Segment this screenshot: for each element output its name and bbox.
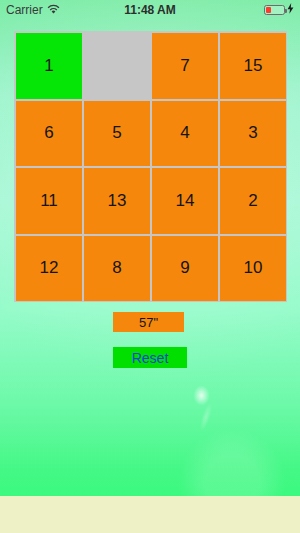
tile-6[interactable]: 6	[16, 101, 82, 167]
empty-cell	[84, 33, 150, 99]
battery-nub	[285, 9, 287, 13]
tile-8[interactable]: 8	[84, 236, 150, 302]
tile-4[interactable]: 4	[152, 101, 218, 167]
tile-14[interactable]: 14	[152, 168, 218, 234]
tile-12[interactable]: 12	[16, 236, 82, 302]
reset-button[interactable]: Reset	[113, 347, 187, 368]
status-time: 11:48 AM	[124, 0, 176, 20]
bottom-band	[0, 496, 300, 533]
timer-display: 57"	[113, 312, 184, 332]
tile-3[interactable]: 3	[220, 101, 286, 167]
tile-15[interactable]: 15	[220, 33, 286, 99]
tile-1[interactable]: 1	[16, 33, 82, 99]
tile-5[interactable]: 5	[84, 101, 150, 167]
tile-9[interactable]: 9	[152, 236, 218, 302]
tile-11[interactable]: 11	[16, 168, 82, 234]
tile-2[interactable]: 2	[220, 168, 286, 234]
battery-icon	[264, 5, 285, 15]
tile-13[interactable]: 13	[84, 168, 150, 234]
status-bar: Carrier 11:48 AM	[0, 0, 300, 20]
puzzle-board: 171565431113142128910	[14, 31, 287, 302]
app-background: Carrier 11:48 AM 171565431113142128	[0, 0, 300, 533]
carrier-label: Carrier	[6, 3, 43, 17]
battery-level-fill	[266, 7, 271, 13]
charging-bolt-icon	[287, 3, 294, 17]
tile-10[interactable]: 10	[220, 236, 286, 302]
wifi-icon	[47, 3, 60, 17]
tile-7[interactable]: 7	[152, 33, 218, 99]
